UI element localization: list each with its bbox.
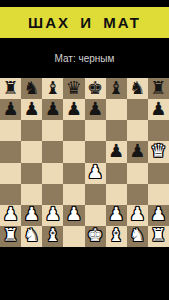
square-f8[interactable]: ♝ bbox=[106, 78, 127, 99]
square-e3[interactable] bbox=[85, 184, 106, 205]
white-pawn-piece: ♟ bbox=[45, 205, 61, 223]
square-d2[interactable]: ♟ bbox=[63, 205, 84, 226]
black-rook-piece: ♜ bbox=[2, 79, 18, 97]
white-knight-piece: ♞ bbox=[129, 226, 145, 244]
white-queen-piece: ♛ bbox=[150, 142, 166, 160]
chess-board: ♜♞♝♛♚♝♞♜♟♟♟♟♟♟♟♟♛♟♟♟♟♟♟♟♟♜♞♝♚♝♞♜ bbox=[0, 78, 169, 247]
square-e1[interactable]: ♚ bbox=[85, 226, 106, 247]
app-screen: ШАХ И МАТ Мат: черным ♜♞♝♛♚♝♞♜♟♟♟♟♟♟♟♟♛♟… bbox=[0, 0, 169, 300]
square-d8[interactable]: ♛ bbox=[63, 78, 84, 99]
square-e5[interactable] bbox=[85, 141, 106, 162]
white-pawn-piece: ♟ bbox=[66, 205, 82, 223]
square-b2[interactable]: ♟ bbox=[21, 205, 42, 226]
square-d1[interactable] bbox=[63, 226, 84, 247]
square-c2[interactable]: ♟ bbox=[42, 205, 63, 226]
square-b5[interactable] bbox=[21, 141, 42, 162]
square-e4[interactable]: ♟ bbox=[85, 163, 106, 184]
black-pawn-piece: ♟ bbox=[87, 100, 103, 118]
white-pawn-piece: ♟ bbox=[129, 205, 145, 223]
square-c7[interactable]: ♟ bbox=[42, 99, 63, 120]
square-c6[interactable] bbox=[42, 120, 63, 141]
square-b1[interactable]: ♞ bbox=[21, 226, 42, 247]
square-c5[interactable] bbox=[42, 141, 63, 162]
square-a4[interactable] bbox=[0, 163, 21, 184]
square-c3[interactable] bbox=[42, 184, 63, 205]
square-g5[interactable]: ♟ bbox=[127, 141, 148, 162]
square-d6[interactable] bbox=[63, 120, 84, 141]
square-g3[interactable] bbox=[127, 184, 148, 205]
black-pawn-piece: ♟ bbox=[129, 142, 145, 160]
square-b4[interactable] bbox=[21, 163, 42, 184]
square-e8[interactable]: ♚ bbox=[85, 78, 106, 99]
square-e2[interactable] bbox=[85, 205, 106, 226]
square-a7[interactable]: ♟ bbox=[0, 99, 21, 120]
square-f5[interactable]: ♟ bbox=[106, 141, 127, 162]
square-h7[interactable]: ♟ bbox=[148, 99, 169, 120]
title-banner: ШАХ И МАТ bbox=[0, 7, 169, 38]
square-a5[interactable] bbox=[0, 141, 21, 162]
white-rook-piece: ♜ bbox=[2, 226, 18, 244]
square-f4[interactable] bbox=[106, 163, 127, 184]
black-knight-piece: ♞ bbox=[129, 79, 145, 97]
square-d7[interactable]: ♟ bbox=[63, 99, 84, 120]
square-h8[interactable]: ♜ bbox=[148, 78, 169, 99]
square-f1[interactable]: ♝ bbox=[106, 226, 127, 247]
square-b7[interactable]: ♟ bbox=[21, 99, 42, 120]
square-d3[interactable] bbox=[63, 184, 84, 205]
white-pawn-piece: ♟ bbox=[2, 205, 18, 223]
square-e6[interactable] bbox=[85, 120, 106, 141]
square-h3[interactable] bbox=[148, 184, 169, 205]
black-pawn-piece: ♟ bbox=[66, 100, 82, 118]
black-king-piece: ♚ bbox=[87, 79, 103, 97]
square-c1[interactable]: ♝ bbox=[42, 226, 63, 247]
black-pawn-piece: ♟ bbox=[2, 100, 18, 118]
square-b8[interactable]: ♞ bbox=[21, 78, 42, 99]
square-d5[interactable] bbox=[63, 141, 84, 162]
square-a3[interactable] bbox=[0, 184, 21, 205]
square-g7[interactable] bbox=[127, 99, 148, 120]
black-queen-piece: ♛ bbox=[66, 79, 82, 97]
white-rook-piece: ♜ bbox=[150, 226, 166, 244]
square-e7[interactable]: ♟ bbox=[85, 99, 106, 120]
black-pawn-piece: ♟ bbox=[150, 100, 166, 118]
white-king-piece: ♚ bbox=[87, 226, 103, 244]
square-h2[interactable]: ♟ bbox=[148, 205, 169, 226]
black-rook-piece: ♜ bbox=[150, 79, 166, 97]
square-c8[interactable]: ♝ bbox=[42, 78, 63, 99]
black-pawn-piece: ♟ bbox=[108, 142, 124, 160]
app-title: ШАХ И МАТ bbox=[28, 14, 141, 31]
black-bishop-piece: ♝ bbox=[45, 79, 61, 97]
square-d4[interactable] bbox=[63, 163, 84, 184]
square-f2[interactable]: ♟ bbox=[106, 205, 127, 226]
square-h4[interactable] bbox=[148, 163, 169, 184]
square-h1[interactable]: ♜ bbox=[148, 226, 169, 247]
white-bishop-piece: ♝ bbox=[108, 226, 124, 244]
black-pawn-piece: ♟ bbox=[45, 100, 61, 118]
white-pawn-piece: ♟ bbox=[24, 205, 40, 223]
square-f7[interactable] bbox=[106, 99, 127, 120]
square-h6[interactable] bbox=[148, 120, 169, 141]
square-g1[interactable]: ♞ bbox=[127, 226, 148, 247]
black-bishop-piece: ♝ bbox=[108, 79, 124, 97]
square-g8[interactable]: ♞ bbox=[127, 78, 148, 99]
white-pawn-piece: ♟ bbox=[150, 205, 166, 223]
puzzle-task-label: Мат: черным bbox=[55, 53, 115, 64]
white-knight-piece: ♞ bbox=[24, 226, 40, 244]
square-g4[interactable] bbox=[127, 163, 148, 184]
square-f6[interactable] bbox=[106, 120, 127, 141]
black-knight-piece: ♞ bbox=[24, 79, 40, 97]
white-bishop-piece: ♝ bbox=[45, 226, 61, 244]
square-a2[interactable]: ♟ bbox=[0, 205, 21, 226]
square-g2[interactable]: ♟ bbox=[127, 205, 148, 226]
white-pawn-piece: ♟ bbox=[87, 163, 103, 181]
square-c4[interactable] bbox=[42, 163, 63, 184]
square-g6[interactable] bbox=[127, 120, 148, 141]
square-f3[interactable] bbox=[106, 184, 127, 205]
square-a6[interactable] bbox=[0, 120, 21, 141]
square-a8[interactable]: ♜ bbox=[0, 78, 21, 99]
white-pawn-piece: ♟ bbox=[108, 205, 124, 223]
square-b6[interactable] bbox=[21, 120, 42, 141]
square-a1[interactable]: ♜ bbox=[0, 226, 21, 247]
black-pawn-piece: ♟ bbox=[24, 100, 40, 118]
puzzle-subtitle: Мат: черным bbox=[0, 38, 169, 78]
square-h5[interactable]: ♛ bbox=[148, 141, 169, 162]
square-b3[interactable] bbox=[21, 184, 42, 205]
